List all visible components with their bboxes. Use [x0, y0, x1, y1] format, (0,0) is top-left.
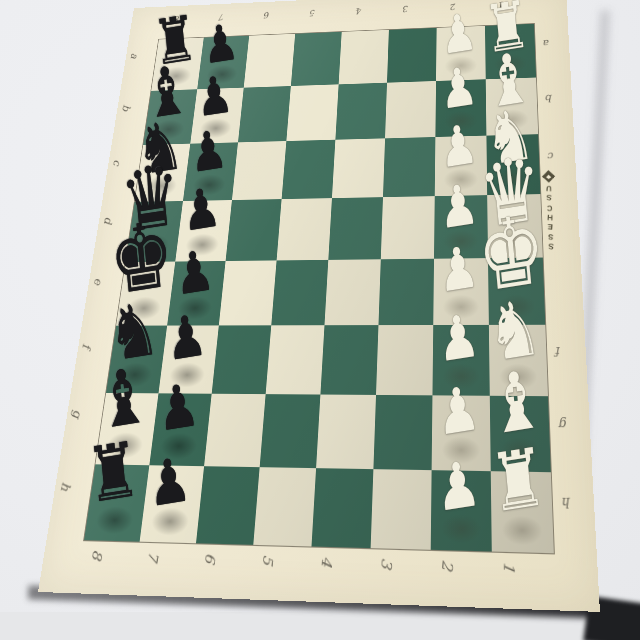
piece-white-pawn-f2[interactable]: ♟ [435, 305, 482, 371]
chessboard-photo: aabbccdeffgghh8877665544332211US CHESS ♜… [0, 0, 640, 640]
piece-black-pawn-c7[interactable]: ♟ [187, 123, 229, 181]
piece-black-pawn-f7[interactable]: ♟ [164, 306, 209, 369]
pieces-layer: ♜♟♟♜♝♟♟♝♞♟♟♞♛♟♟♛♚♟♟♚♞♟♟♞♝♟♟♝♜♟♟♜ [0, 0, 640, 640]
piece-black-pawn-d7[interactable]: ♟ [180, 181, 223, 241]
piece-black-pawn-e7[interactable]: ♟ [172, 242, 216, 303]
piece-black-pawn-g7[interactable]: ♟ [155, 375, 202, 440]
piece-white-pawn-b2[interactable]: ♟ [437, 59, 479, 118]
piece-black-pawn-b7[interactable]: ♟ [195, 69, 236, 126]
piece-white-pawn-e2[interactable]: ♟ [435, 238, 481, 302]
piece-white-pawn-g2[interactable]: ♟ [434, 376, 482, 444]
piece-black-pawn-h7[interactable]: ♟ [145, 448, 193, 515]
piece-white-rook-h1[interactable]: ♜ [486, 437, 549, 525]
piece-black-rook-h8[interactable]: ♜ [84, 432, 144, 515]
piece-white-pawn-h2[interactable]: ♟ [433, 452, 483, 522]
piece-white-pawn-c2[interactable]: ♟ [437, 116, 480, 176]
